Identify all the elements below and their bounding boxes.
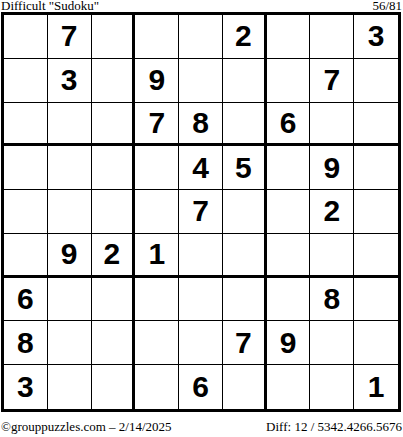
empty-cell-counter: 56/81 [372,0,402,12]
cell-r3c7[interactable]: 6 [267,103,311,147]
cell-r1c9[interactable]: 3 [354,15,398,59]
cell-r5c5[interactable]: 7 [179,190,223,234]
cell-r9c5[interactable]: 6 [179,365,223,409]
cell-r9c6[interactable] [223,365,267,409]
cell-r7c9[interactable] [354,278,398,322]
cell-r8c2[interactable] [48,321,92,365]
cell-r7c3[interactable] [92,278,136,322]
cell-r7c6[interactable] [223,278,267,322]
cell-r2c7[interactable] [267,59,311,103]
footer: ©grouppuzzles.com – 2/14/2025 Diff: 12 /… [0,421,403,435]
cell-r7c8[interactable]: 8 [310,278,354,322]
cell-r2c8[interactable]: 7 [310,59,354,103]
cell-r2c1[interactable] [4,59,48,103]
difficulty-label: Diff: 12 / 5342.4266.5676 [266,421,402,433]
cell-r5c3[interactable] [92,190,136,234]
cell-r4c1[interactable] [4,146,48,190]
cell-r7c7[interactable] [267,278,311,322]
cell-r3c4[interactable]: 7 [135,103,179,147]
cell-r2c3[interactable] [92,59,136,103]
cell-r1c1[interactable] [4,15,48,59]
cell-r3c1[interactable] [4,103,48,147]
cell-r2c6[interactable] [223,59,267,103]
cell-r1c4[interactable] [135,15,179,59]
cell-r5c6[interactable] [223,190,267,234]
cell-r7c2[interactable] [48,278,92,322]
cell-r5c9[interactable] [354,190,398,234]
cell-r1c2[interactable]: 7 [48,15,92,59]
cell-r8c6[interactable]: 7 [223,321,267,365]
cell-r1c3[interactable] [92,15,136,59]
cell-r8c5[interactable] [179,321,223,365]
cell-r2c5[interactable] [179,59,223,103]
cell-r9c1[interactable]: 3 [4,365,48,409]
cell-r5c4[interactable] [135,190,179,234]
cell-r4c2[interactable] [48,146,92,190]
cell-r3c8[interactable] [310,103,354,147]
cell-r5c7[interactable] [267,190,311,234]
cell-r6c9[interactable] [354,234,398,278]
cell-r1c8[interactable] [310,15,354,59]
cell-r4c9[interactable] [354,146,398,190]
cell-r7c4[interactable] [135,278,179,322]
cell-r8c8[interactable] [310,321,354,365]
cell-r8c1[interactable]: 8 [4,321,48,365]
cell-r9c9[interactable]: 1 [354,365,398,409]
cell-r6c4[interactable]: 1 [135,234,179,278]
puzzle-title: Difficult "Sudoku" [1,0,99,12]
cell-r5c2[interactable] [48,190,92,234]
cell-r9c8[interactable] [310,365,354,409]
cell-r6c6[interactable] [223,234,267,278]
cell-r6c3[interactable]: 2 [92,234,136,278]
cell-r6c8[interactable] [310,234,354,278]
cell-r4c3[interactable] [92,146,136,190]
cell-r7c1[interactable]: 6 [4,278,48,322]
cell-r9c3[interactable] [92,365,136,409]
cell-r3c6[interactable] [223,103,267,147]
cell-r5c8[interactable]: 2 [310,190,354,234]
cell-r8c4[interactable] [135,321,179,365]
cell-r7c5[interactable] [179,278,223,322]
cell-r8c9[interactable] [354,321,398,365]
cell-r9c2[interactable] [48,365,92,409]
sudoku-grid[interactable]: 7233977864597292168879361 [1,12,401,412]
header: Difficult "Sudoku" 56/81 [0,0,403,12]
cell-r2c2[interactable]: 3 [48,59,92,103]
cell-r6c7[interactable] [267,234,311,278]
cell-r4c4[interactable] [135,146,179,190]
cell-r2c9[interactable] [354,59,398,103]
cell-r9c7[interactable] [267,365,311,409]
board-wrap: 7233977864597292168879361 [1,12,402,412]
cell-r4c8[interactable]: 9 [310,146,354,190]
cell-r3c5[interactable]: 8 [179,103,223,147]
cell-r6c5[interactable] [179,234,223,278]
cell-r4c5[interactable]: 4 [179,146,223,190]
cell-r8c3[interactable] [92,321,136,365]
cell-r3c9[interactable] [354,103,398,147]
puzzle-page: Difficult "Sudoku" 56/81 723397786459729… [0,0,403,437]
cell-r8c7[interactable]: 9 [267,321,311,365]
cell-r3c3[interactable] [92,103,136,147]
cell-r1c7[interactable] [267,15,311,59]
copyright-credit: ©grouppuzzles.com – 2/14/2025 [1,421,172,433]
cell-r1c5[interactable] [179,15,223,59]
cell-r9c4[interactable] [135,365,179,409]
cell-r4c6[interactable]: 5 [223,146,267,190]
cell-r6c2[interactable]: 9 [48,234,92,278]
cell-r1c6[interactable]: 2 [223,15,267,59]
cell-r4c7[interactable] [267,146,311,190]
cell-r2c4[interactable]: 9 [135,59,179,103]
cell-r6c1[interactable] [4,234,48,278]
cell-r5c1[interactable] [4,190,48,234]
cell-r3c2[interactable] [48,103,92,147]
